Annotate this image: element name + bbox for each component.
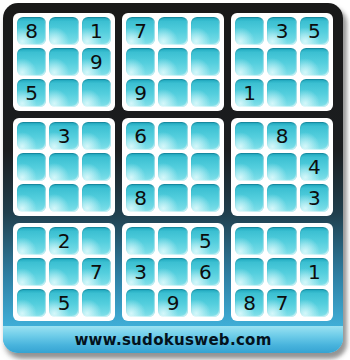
cell-r3c7[interactable]: 1 [235, 79, 264, 107]
cell-r7c5[interactable] [158, 227, 187, 255]
cell-r5c3[interactable] [82, 153, 111, 181]
cell-r9c7[interactable]: 8 [235, 289, 264, 317]
box-6: 843 [231, 118, 333, 216]
cell-r4c4[interactable]: 6 [126, 122, 155, 150]
cell-r5c5[interactable] [158, 153, 187, 181]
cell-r8c1[interactable] [17, 258, 46, 286]
box-1: 8195 [13, 13, 115, 111]
cell-r3c2[interactable] [49, 79, 78, 107]
cell-r2c7[interactable] [235, 48, 264, 76]
cell-r3c6[interactable] [191, 79, 220, 107]
cell-r3c8[interactable] [267, 79, 296, 107]
cell-r7c7[interactable] [235, 227, 264, 255]
cell-r2c3[interactable]: 9 [82, 48, 111, 76]
cell-r5c9[interactable]: 4 [300, 153, 329, 181]
cell-r3c9[interactable] [300, 79, 329, 107]
sudoku-page: 8195793513688432755369187 www.sudokusweb… [0, 0, 350, 360]
cell-r3c3[interactable] [82, 79, 111, 107]
box-8: 5369 [122, 223, 224, 321]
cell-r6c7[interactable] [235, 184, 264, 212]
cell-r8c5[interactable] [158, 258, 187, 286]
cell-r6c2[interactable] [49, 184, 78, 212]
box-9: 187 [231, 223, 333, 321]
cell-r4c6[interactable] [191, 122, 220, 150]
cell-r2c1[interactable] [17, 48, 46, 76]
cell-r9c6[interactable] [191, 289, 220, 317]
cell-r5c4[interactable] [126, 153, 155, 181]
cell-r6c1[interactable] [17, 184, 46, 212]
cell-r8c9[interactable]: 1 [300, 258, 329, 286]
cell-r4c7[interactable] [235, 122, 264, 150]
cell-r6c6[interactable] [191, 184, 220, 212]
cell-r8c4[interactable]: 3 [126, 258, 155, 286]
cell-r7c6[interactable]: 5 [191, 227, 220, 255]
cell-r4c1[interactable] [17, 122, 46, 150]
cell-r1c9[interactable]: 5 [300, 17, 329, 45]
cell-r4c9[interactable] [300, 122, 329, 150]
cell-r9c3[interactable] [82, 289, 111, 317]
cell-r7c1[interactable] [17, 227, 46, 255]
cell-r5c8[interactable] [267, 153, 296, 181]
box-7: 275 [13, 223, 115, 321]
cell-r1c8[interactable]: 3 [267, 17, 296, 45]
cell-r9c4[interactable] [126, 289, 155, 317]
cell-r8c8[interactable] [267, 258, 296, 286]
cell-r9c8[interactable]: 7 [267, 289, 296, 317]
cell-r4c2[interactable]: 3 [49, 122, 78, 150]
cell-r9c9[interactable] [300, 289, 329, 317]
cell-r5c7[interactable] [235, 153, 264, 181]
cell-r9c1[interactable] [17, 289, 46, 317]
cell-r7c8[interactable] [267, 227, 296, 255]
cell-r3c1[interactable]: 5 [17, 79, 46, 107]
cell-r8c6[interactable]: 6 [191, 258, 220, 286]
cell-r5c1[interactable] [17, 153, 46, 181]
cell-r7c9[interactable] [300, 227, 329, 255]
box-2: 79 [122, 13, 224, 111]
footer-bar: www.sudokusweb.com [3, 326, 343, 353]
cell-r2c2[interactable] [49, 48, 78, 76]
cell-r4c8[interactable]: 8 [267, 122, 296, 150]
cell-r8c3[interactable]: 7 [82, 258, 111, 286]
cell-r2c9[interactable] [300, 48, 329, 76]
cell-r1c1[interactable]: 8 [17, 17, 46, 45]
box-5: 68 [122, 118, 224, 216]
cell-r1c6[interactable] [191, 17, 220, 45]
cell-r5c2[interactable] [49, 153, 78, 181]
cell-r1c3[interactable]: 1 [82, 17, 111, 45]
box-4: 3 [13, 118, 115, 216]
cell-r2c6[interactable] [191, 48, 220, 76]
cell-r3c5[interactable] [158, 79, 187, 107]
cell-r1c4[interactable]: 7 [126, 17, 155, 45]
site-url-link[interactable]: www.sudokusweb.com [74, 331, 271, 349]
cell-r3c4[interactable]: 9 [126, 79, 155, 107]
cell-r8c2[interactable] [49, 258, 78, 286]
cell-r6c5[interactable] [158, 184, 187, 212]
cell-r6c8[interactable] [267, 184, 296, 212]
box-3: 351 [231, 13, 333, 111]
cell-r5c6[interactable] [191, 153, 220, 181]
cell-r1c7[interactable] [235, 17, 264, 45]
cell-r7c2[interactable]: 2 [49, 227, 78, 255]
cell-r2c8[interactable] [267, 48, 296, 76]
cell-r7c4[interactable] [126, 227, 155, 255]
cell-r6c3[interactable] [82, 184, 111, 212]
cell-r1c5[interactable] [158, 17, 187, 45]
cell-r2c5[interactable] [158, 48, 187, 76]
cell-r8c7[interactable] [235, 258, 264, 286]
cell-r1c2[interactable] [49, 17, 78, 45]
cell-r4c3[interactable] [82, 122, 111, 150]
cell-r6c4[interactable]: 8 [126, 184, 155, 212]
cell-r9c5[interactable]: 9 [158, 289, 187, 317]
board-frame: 8195793513688432755369187 www.sudokusweb… [3, 3, 343, 353]
cell-r4c5[interactable] [158, 122, 187, 150]
cell-r9c2[interactable]: 5 [49, 289, 78, 317]
cell-r2c4[interactable] [126, 48, 155, 76]
sudoku-board: 8195793513688432755369187 [13, 13, 333, 321]
cell-r7c3[interactable] [82, 227, 111, 255]
cell-r6c9[interactable]: 3 [300, 184, 329, 212]
